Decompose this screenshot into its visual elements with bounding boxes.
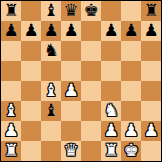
square-b7[interactable]: ♟ — [21, 21, 41, 41]
piece-white-pawn[interactable]: ♟ — [63, 81, 78, 100]
square-c8[interactable]: ♝ — [41, 1, 61, 21]
square-d7[interactable]: ♟ — [61, 21, 81, 41]
chess-board: ♜♝♛♚♜♟♟♟♟♟♟♟♞♝♟♝♝♞♟♟♟♟♜♛♜♚ — [0, 0, 162, 162]
square-f7[interactable]: ♟ — [101, 21, 121, 41]
square-h5[interactable] — [141, 61, 161, 81]
square-f4[interactable] — [101, 81, 121, 101]
square-f1[interactable]: ♜ — [101, 141, 121, 161]
piece-black-pawn[interactable]: ♟ — [143, 21, 158, 40]
square-a8[interactable]: ♜ — [1, 1, 21, 21]
square-c4[interactable]: ♝ — [41, 81, 61, 101]
square-f6[interactable] — [101, 41, 121, 61]
square-e6[interactable] — [81, 41, 101, 61]
square-f3[interactable]: ♞ — [101, 101, 121, 121]
square-g5[interactable] — [121, 61, 141, 81]
piece-black-pawn[interactable]: ♟ — [3, 21, 18, 40]
square-b3[interactable] — [21, 101, 41, 121]
square-c6[interactable]: ♞ — [41, 41, 61, 61]
square-a5[interactable] — [1, 61, 21, 81]
piece-white-rook[interactable]: ♜ — [3, 141, 18, 160]
square-a6[interactable] — [1, 41, 21, 61]
square-c5[interactable] — [41, 61, 61, 81]
square-f2[interactable]: ♟ — [101, 121, 121, 141]
square-h2[interactable]: ♟ — [141, 121, 161, 141]
square-a1[interactable]: ♜ — [1, 141, 21, 161]
square-f5[interactable] — [101, 61, 121, 81]
piece-black-rook[interactable]: ♜ — [143, 1, 158, 20]
piece-white-bishop[interactable]: ♝ — [3, 101, 18, 120]
square-e8[interactable]: ♚ — [81, 1, 101, 21]
square-g6[interactable] — [121, 41, 141, 61]
piece-white-pawn[interactable]: ♟ — [103, 121, 118, 140]
square-h6[interactable] — [141, 41, 161, 61]
square-b1[interactable] — [21, 141, 41, 161]
square-g7[interactable]: ♟ — [121, 21, 141, 41]
square-a3[interactable]: ♝ — [1, 101, 21, 121]
square-g4[interactable] — [121, 81, 141, 101]
piece-white-queen[interactable]: ♛ — [63, 141, 78, 160]
square-c3[interactable]: ♝ — [41, 101, 61, 121]
piece-black-bishop[interactable]: ♝ — [43, 1, 58, 20]
square-g3[interactable] — [121, 101, 141, 121]
piece-white-rook[interactable]: ♜ — [103, 141, 118, 160]
piece-black-pawn[interactable]: ♟ — [103, 21, 118, 40]
square-g2[interactable]: ♟ — [121, 121, 141, 141]
square-d8[interactable]: ♛ — [61, 1, 81, 21]
square-b2[interactable] — [21, 121, 41, 141]
piece-black-pawn[interactable]: ♟ — [123, 21, 138, 40]
piece-white-pawn[interactable]: ♟ — [143, 121, 158, 140]
piece-black-pawn[interactable]: ♟ — [63, 21, 78, 40]
square-f8[interactable] — [101, 1, 121, 21]
piece-white-king[interactable]: ♚ — [123, 141, 138, 160]
square-a2[interactable]: ♟ — [1, 121, 21, 141]
square-e3[interactable] — [81, 101, 101, 121]
piece-black-pawn[interactable]: ♟ — [43, 21, 58, 40]
square-a4[interactable] — [1, 81, 21, 101]
piece-white-pawn[interactable]: ♟ — [3, 121, 18, 140]
square-h1[interactable] — [141, 141, 161, 161]
square-e2[interactable] — [81, 121, 101, 141]
square-d6[interactable] — [61, 41, 81, 61]
square-e1[interactable] — [81, 141, 101, 161]
piece-black-knight[interactable]: ♞ — [43, 41, 58, 60]
piece-black-king[interactable]: ♚ — [83, 1, 98, 20]
square-d1[interactable]: ♛ — [61, 141, 81, 161]
square-g1[interactable]: ♚ — [121, 141, 141, 161]
piece-white-pawn[interactable]: ♟ — [123, 121, 138, 140]
piece-black-bishop[interactable]: ♝ — [43, 101, 58, 120]
square-c7[interactable]: ♟ — [41, 21, 61, 41]
square-d4[interactable]: ♟ — [61, 81, 81, 101]
piece-white-knight[interactable]: ♞ — [103, 101, 118, 120]
square-h8[interactable]: ♜ — [141, 1, 161, 21]
piece-black-pawn[interactable]: ♟ — [23, 21, 38, 40]
square-e7[interactable] — [81, 21, 101, 41]
square-b4[interactable] — [21, 81, 41, 101]
square-h4[interactable] — [141, 81, 161, 101]
square-c1[interactable] — [41, 141, 61, 161]
square-h7[interactable]: ♟ — [141, 21, 161, 41]
square-d2[interactable] — [61, 121, 81, 141]
square-d5[interactable] — [61, 61, 81, 81]
square-b5[interactable] — [21, 61, 41, 81]
square-h3[interactable] — [141, 101, 161, 121]
square-e4[interactable] — [81, 81, 101, 101]
piece-black-rook[interactable]: ♜ — [3, 1, 18, 20]
square-d3[interactable] — [61, 101, 81, 121]
square-b6[interactable] — [21, 41, 41, 61]
square-a7[interactable]: ♟ — [1, 21, 21, 41]
square-e5[interactable] — [81, 61, 101, 81]
square-c2[interactable] — [41, 121, 61, 141]
piece-black-queen[interactable]: ♛ — [63, 1, 78, 20]
square-g8[interactable] — [121, 1, 141, 21]
square-b8[interactable] — [21, 1, 41, 21]
piece-white-bishop[interactable]: ♝ — [43, 81, 58, 100]
